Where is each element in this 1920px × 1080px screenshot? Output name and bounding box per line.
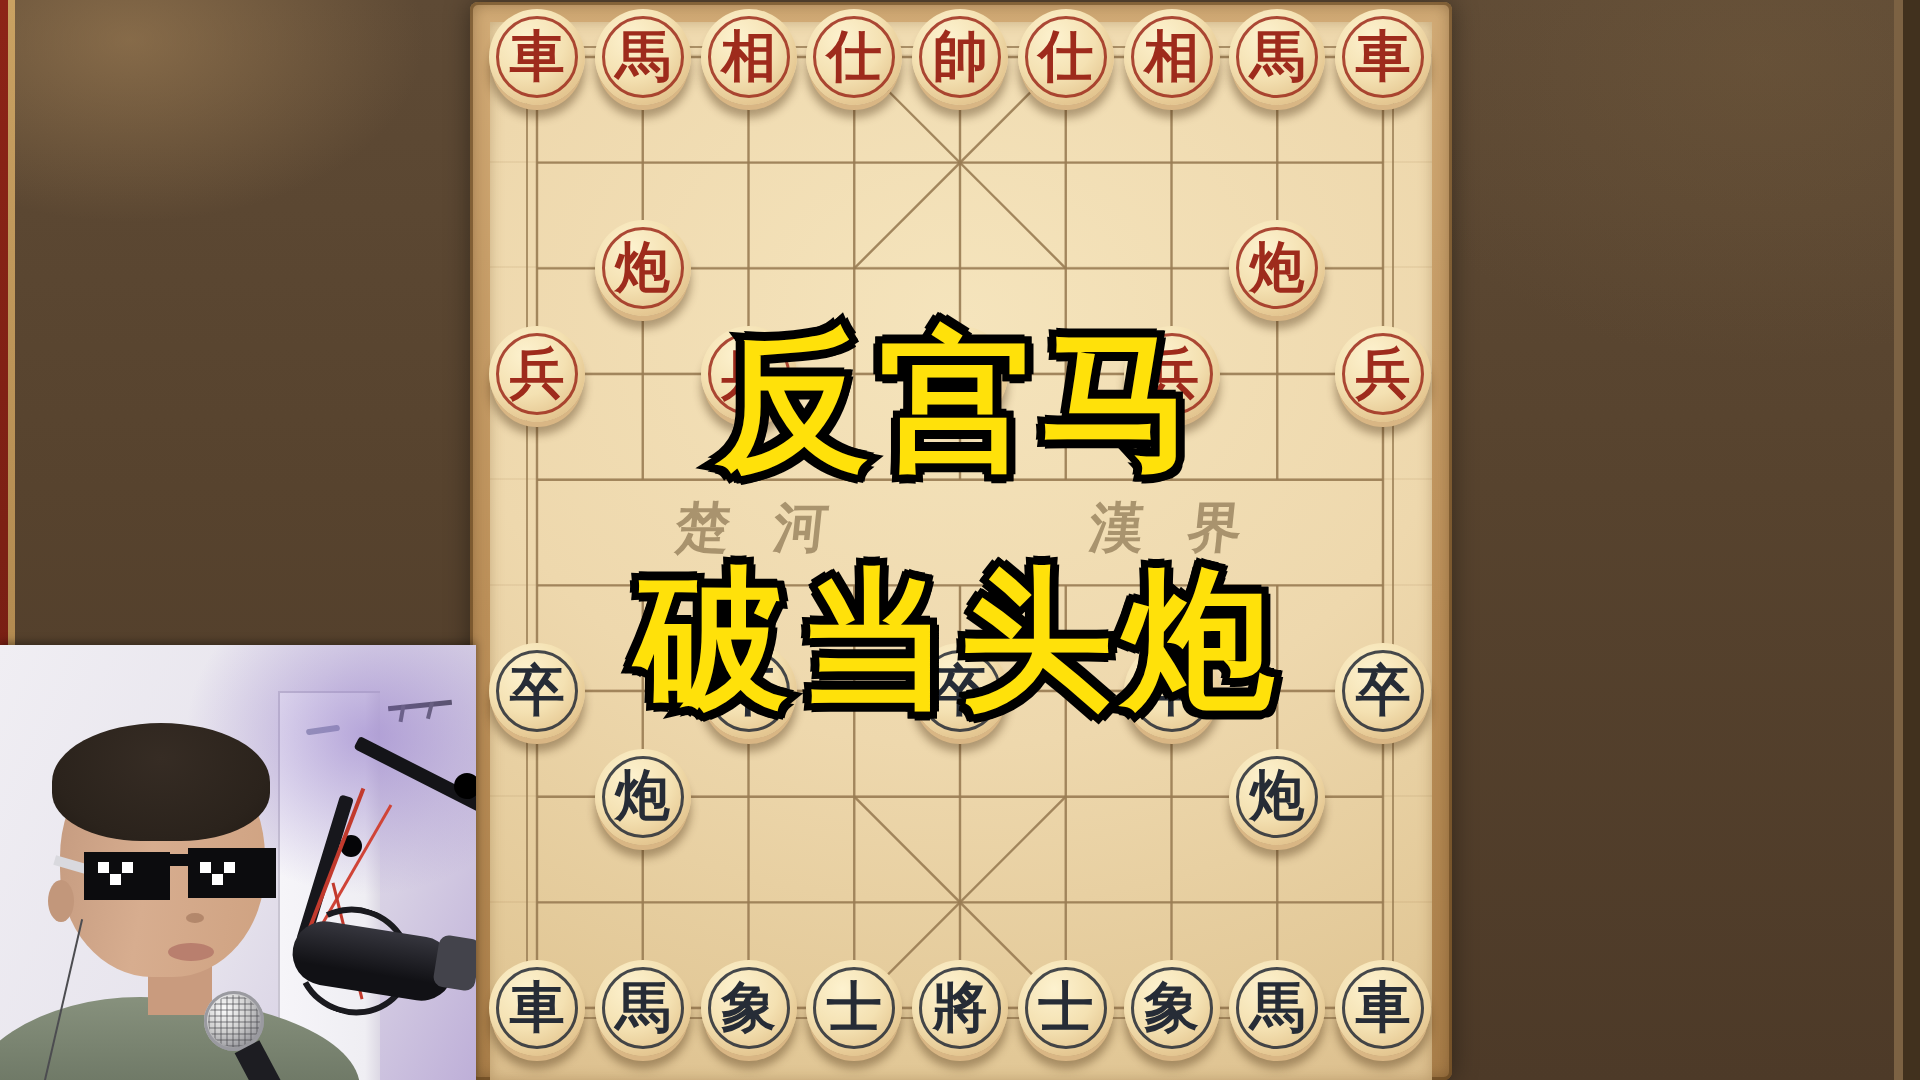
- piece-glyph: 馬: [615, 980, 670, 1035]
- piece-glyph: 士: [1038, 980, 1093, 1035]
- piece-glyph: 馬: [615, 29, 670, 84]
- piece-red-相[interactable]: 相: [701, 9, 797, 105]
- piece-glyph: 象: [1144, 980, 1199, 1035]
- piece-glyph: 車: [1356, 980, 1411, 1035]
- webcam-overlay: [0, 645, 476, 1080]
- piece-black-士[interactable]: 士: [1018, 960, 1114, 1056]
- pixel-highlight: [212, 874, 223, 885]
- person-mouth: [168, 943, 214, 961]
- piece-glyph: 帥: [933, 29, 988, 84]
- sunglasses-left-lens: [84, 852, 170, 900]
- piece-black-炮[interactable]: 炮: [595, 749, 691, 845]
- piece-black-炮[interactable]: 炮: [1229, 749, 1325, 845]
- piece-red-車[interactable]: 車: [489, 9, 585, 105]
- pixel-highlight: [110, 874, 121, 885]
- boom-arm-joint: [454, 773, 476, 799]
- piece-black-象[interactable]: 象: [1124, 960, 1220, 1056]
- piece-black-車[interactable]: 車: [489, 960, 585, 1056]
- river-label-chu-he: 楚河: [673, 501, 875, 555]
- pixel-highlight: [122, 862, 133, 873]
- pixel-highlight: [98, 862, 109, 873]
- piece-red-炮[interactable]: 炮: [1229, 220, 1325, 316]
- video-frame: 楚河 漢界 車馬相仕帥仕相馬車炮炮兵兵兵兵兵卒卒卒卒卒炮炮車馬象士將士象馬車 反…: [0, 0, 1920, 1080]
- piece-glyph: 炮: [615, 768, 670, 823]
- piece-glyph: 炮: [615, 240, 670, 295]
- pixel-highlight: [224, 862, 235, 873]
- piece-glyph: 象: [721, 980, 776, 1035]
- river-label-han-jie: 漢界: [1087, 501, 1289, 555]
- piece-glyph: 仕: [1038, 29, 1093, 84]
- piece-black-馬[interactable]: 馬: [1229, 960, 1325, 1056]
- piece-red-馬[interactable]: 馬: [1229, 9, 1325, 105]
- piece-glyph: 車: [510, 980, 565, 1035]
- piece-red-炮[interactable]: 炮: [595, 220, 691, 316]
- title-overlay-line1: 反宫马: [0, 318, 1920, 485]
- piece-glyph: 將: [933, 980, 988, 1035]
- sunglasses-right-lens: [188, 848, 276, 898]
- piece-glyph: 相: [721, 29, 776, 84]
- piece-glyph: 仕: [827, 29, 882, 84]
- piece-black-象[interactable]: 象: [701, 960, 797, 1056]
- piece-red-馬[interactable]: 馬: [595, 9, 691, 105]
- piece-glyph: 車: [1356, 29, 1411, 84]
- piece-black-將[interactable]: 將: [912, 960, 1008, 1056]
- pixel-highlight: [200, 862, 211, 873]
- piece-red-仕[interactable]: 仕: [806, 9, 902, 105]
- pixel-sunglasses: [84, 848, 276, 902]
- person-nose: [186, 913, 204, 923]
- piece-black-車[interactable]: 車: [1335, 960, 1431, 1056]
- piece-glyph: 相: [1144, 29, 1199, 84]
- piece-black-馬[interactable]: 馬: [595, 960, 691, 1056]
- condenser-mic-cap: [432, 934, 476, 992]
- piece-glyph: 炮: [1250, 768, 1305, 823]
- piece-glyph: 馬: [1250, 980, 1305, 1035]
- piece-red-仕[interactable]: 仕: [1018, 9, 1114, 105]
- piece-red-帥[interactable]: 帥: [912, 9, 1008, 105]
- person-ear: [48, 880, 74, 922]
- piece-glyph: 士: [827, 980, 882, 1035]
- piece-red-車[interactable]: 車: [1335, 9, 1431, 105]
- person-hair: [52, 723, 270, 841]
- piece-glyph: 炮: [1250, 240, 1305, 295]
- piece-glyph: 車: [510, 29, 565, 84]
- piece-glyph: 馬: [1250, 29, 1305, 84]
- piece-red-相[interactable]: 相: [1124, 9, 1220, 105]
- piece-black-士[interactable]: 士: [806, 960, 902, 1056]
